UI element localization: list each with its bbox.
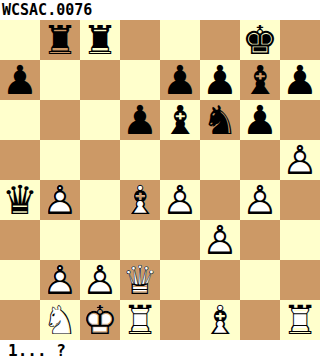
square-g2[interactable] xyxy=(240,260,280,300)
piece-outline: ♙ xyxy=(80,260,120,300)
piece-glyph: ♛ xyxy=(0,180,40,220)
piece-glyph: ♟ xyxy=(280,60,320,100)
square-f7[interactable]: ♟ xyxy=(200,60,240,100)
piece-glyph: ♜ xyxy=(40,20,80,60)
square-d1[interactable]: ♜♖ xyxy=(120,300,160,340)
square-c7[interactable] xyxy=(80,60,120,100)
square-a4[interactable]: ♛ xyxy=(0,180,40,220)
square-e4[interactable]: ♟♙ xyxy=(160,180,200,220)
square-e3[interactable] xyxy=(160,220,200,260)
square-c2[interactable]: ♟♙ xyxy=(80,260,120,300)
square-h6[interactable] xyxy=(280,100,320,140)
piece-outline: ♙ xyxy=(200,220,240,260)
square-h4[interactable] xyxy=(280,180,320,220)
square-b6[interactable] xyxy=(40,100,80,140)
piece-outline: ♔ xyxy=(80,300,120,340)
piece-glyph: ♜ xyxy=(80,20,120,60)
square-g6[interactable]: ♟ xyxy=(240,100,280,140)
white-pawn: ♟♙ xyxy=(160,180,200,220)
piece-glyph: ♟ xyxy=(0,60,40,100)
square-a5[interactable] xyxy=(0,140,40,180)
square-g8[interactable]: ♚ xyxy=(240,20,280,60)
piece-glyph: ♟ xyxy=(120,100,160,140)
piece-glyph: ♝ xyxy=(160,100,200,140)
black-king: ♚ xyxy=(240,20,280,60)
square-f2[interactable] xyxy=(200,260,240,300)
black-pawn: ♟ xyxy=(200,60,240,100)
square-d5[interactable] xyxy=(120,140,160,180)
white-bishop: ♝♗ xyxy=(200,300,240,340)
piece-glyph: ♝ xyxy=(240,60,280,100)
square-f4[interactable] xyxy=(200,180,240,220)
white-rook: ♜♖ xyxy=(280,300,320,340)
piece-glyph: ♚ xyxy=(240,20,280,60)
white-pawn: ♟♙ xyxy=(80,260,120,300)
black-pawn: ♟ xyxy=(0,60,40,100)
white-knight: ♞♘ xyxy=(40,300,80,340)
square-e6[interactable]: ♝ xyxy=(160,100,200,140)
piece-glyph: ♞ xyxy=(200,100,240,140)
piece-glyph: ♟ xyxy=(160,60,200,100)
square-a3[interactable] xyxy=(0,220,40,260)
square-a8[interactable] xyxy=(0,20,40,60)
black-pawn: ♟ xyxy=(280,60,320,100)
square-f3[interactable]: ♟♙ xyxy=(200,220,240,260)
square-b5[interactable] xyxy=(40,140,80,180)
square-f1[interactable]: ♝♗ xyxy=(200,300,240,340)
black-queen: ♛ xyxy=(0,180,40,220)
square-d2[interactable]: ♛♕ xyxy=(120,260,160,300)
piece-outline: ♖ xyxy=(280,300,320,340)
square-c3[interactable] xyxy=(80,220,120,260)
square-b8[interactable]: ♜ xyxy=(40,20,80,60)
white-pawn: ♟♙ xyxy=(280,140,320,180)
square-h1[interactable]: ♜♖ xyxy=(280,300,320,340)
black-bishop: ♝ xyxy=(160,100,200,140)
piece-outline: ♙ xyxy=(40,180,80,220)
square-b3[interactable] xyxy=(40,220,80,260)
piece-glyph: ♟ xyxy=(240,100,280,140)
square-e8[interactable] xyxy=(160,20,200,60)
square-b7[interactable] xyxy=(40,60,80,100)
square-h2[interactable] xyxy=(280,260,320,300)
square-g7[interactable]: ♝ xyxy=(240,60,280,100)
square-a6[interactable] xyxy=(0,100,40,140)
square-f5[interactable] xyxy=(200,140,240,180)
white-king: ♚♔ xyxy=(80,300,120,340)
white-bishop: ♝♗ xyxy=(120,180,160,220)
square-b1[interactable]: ♞♘ xyxy=(40,300,80,340)
piece-outline: ♙ xyxy=(160,180,200,220)
black-rook: ♜ xyxy=(80,20,120,60)
square-c1[interactable]: ♚♔ xyxy=(80,300,120,340)
square-c6[interactable] xyxy=(80,100,120,140)
black-knight: ♞ xyxy=(200,100,240,140)
chess-board: ♜♜♚♟♟♟♝♟♟♝♞♟♟♙♛♟♙♝♗♟♙♟♙♟♙♟♙♟♙♛♕♞♘♚♔♜♖♝♗♜… xyxy=(0,20,320,340)
piece-outline: ♙ xyxy=(280,140,320,180)
square-g1[interactable] xyxy=(240,300,280,340)
square-a7[interactable]: ♟ xyxy=(0,60,40,100)
piece-outline: ♖ xyxy=(120,300,160,340)
square-e7[interactable]: ♟ xyxy=(160,60,200,100)
white-pawn: ♟♙ xyxy=(40,180,80,220)
square-d3[interactable] xyxy=(120,220,160,260)
white-queen: ♛♕ xyxy=(120,260,160,300)
piece-outline: ♗ xyxy=(200,300,240,340)
square-d7[interactable] xyxy=(120,60,160,100)
square-h3[interactable] xyxy=(280,220,320,260)
black-bishop: ♝ xyxy=(240,60,280,100)
square-a2[interactable] xyxy=(0,260,40,300)
piece-outline: ♗ xyxy=(120,180,160,220)
chess-puzzle-page: WCSAC.0076 ♜♜♚♟♟♟♝♟♟♝♞♟♟♙♛♟♙♝♗♟♙♟♙♟♙♟♙♟♙… xyxy=(0,0,320,360)
square-b2[interactable]: ♟♙ xyxy=(40,260,80,300)
square-e1[interactable] xyxy=(160,300,200,340)
square-c4[interactable] xyxy=(80,180,120,220)
white-pawn: ♟♙ xyxy=(200,220,240,260)
white-pawn: ♟♙ xyxy=(240,180,280,220)
square-a1[interactable] xyxy=(0,300,40,340)
square-f6[interactable]: ♞ xyxy=(200,100,240,140)
black-pawn: ♟ xyxy=(240,100,280,140)
square-e2[interactable] xyxy=(160,260,200,300)
piece-outline: ♘ xyxy=(40,300,80,340)
piece-outline: ♙ xyxy=(40,260,80,300)
square-d8[interactable] xyxy=(120,20,160,60)
black-pawn: ♟ xyxy=(160,60,200,100)
piece-outline: ♕ xyxy=(120,260,160,300)
white-pawn: ♟♙ xyxy=(40,260,80,300)
square-g4[interactable]: ♟♙ xyxy=(240,180,280,220)
square-f8[interactable] xyxy=(200,20,240,60)
move-prompt: 1... ? xyxy=(0,340,320,360)
square-e5[interactable] xyxy=(160,140,200,180)
square-h8[interactable] xyxy=(280,20,320,60)
black-rook: ♜ xyxy=(40,20,80,60)
square-d6[interactable]: ♟ xyxy=(120,100,160,140)
piece-glyph: ♟ xyxy=(200,60,240,100)
square-h7[interactable]: ♟ xyxy=(280,60,320,100)
piece-outline: ♙ xyxy=(240,180,280,220)
white-rook: ♜♖ xyxy=(120,300,160,340)
square-g3[interactable] xyxy=(240,220,280,260)
square-b4[interactable]: ♟♙ xyxy=(40,180,80,220)
square-c5[interactable] xyxy=(80,140,120,180)
square-h5[interactable]: ♟♙ xyxy=(280,140,320,180)
black-pawn: ♟ xyxy=(120,100,160,140)
square-g5[interactable] xyxy=(240,140,280,180)
square-d4[interactable]: ♝♗ xyxy=(120,180,160,220)
square-c8[interactable]: ♜ xyxy=(80,20,120,60)
